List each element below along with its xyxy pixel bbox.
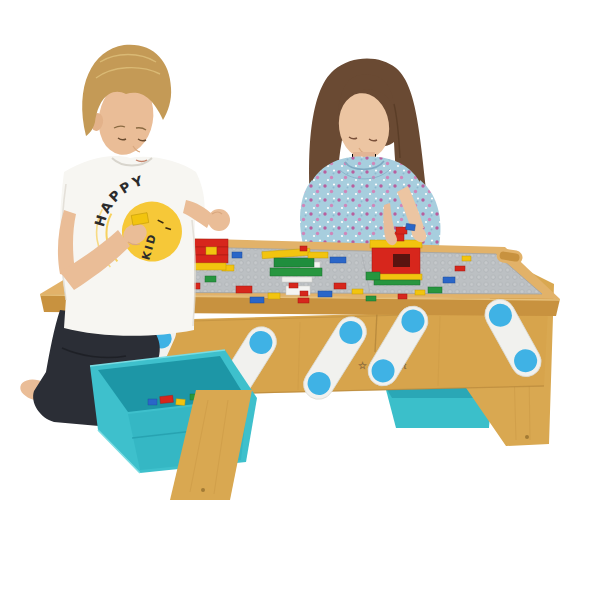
star-icon: ☆	[358, 360, 367, 371]
brick-in-girl-hand	[396, 227, 407, 234]
screw-left-leg	[201, 488, 205, 492]
brick-in-girl-hand-2	[406, 223, 416, 230]
girl-sleeve-left	[300, 180, 317, 252]
screw-right-leg	[525, 435, 529, 439]
product-photo: ☆ KidKraft	[0, 0, 600, 600]
photo-canvas: ☆ KidKraft	[0, 0, 600, 600]
handle-slot-right	[497, 249, 521, 263]
house-window	[393, 254, 410, 267]
